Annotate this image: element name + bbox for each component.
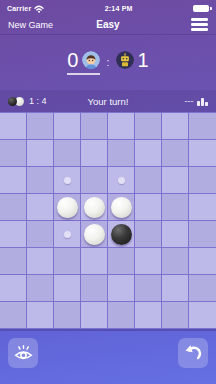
board-cell-c7[interactable] (54, 275, 81, 302)
board-cell-e2[interactable] (108, 140, 135, 167)
board-cell-f2[interactable] (135, 140, 162, 167)
board-cell-h5[interactable] (189, 221, 216, 248)
scoreboard: 0 : (0, 35, 216, 85)
board-cell-c1[interactable] (54, 113, 81, 140)
bar-chart-icon (197, 98, 208, 106)
board-cell-c8[interactable] (54, 302, 81, 329)
board-cell-b7[interactable] (27, 275, 54, 302)
board-cell-d1[interactable] (81, 113, 108, 140)
undo-icon (183, 343, 203, 363)
legal-move-hint[interactable] (64, 231, 71, 238)
board-cell-f6[interactable] (135, 248, 162, 275)
board-cell-b4[interactable] (27, 194, 54, 221)
board-cell-e7[interactable] (108, 275, 135, 302)
board-cell-h8[interactable] (189, 302, 216, 329)
human-wins: 0 (67, 50, 78, 70)
board-cell-h7[interactable] (189, 275, 216, 302)
human-score-pair: 0 (67, 50, 100, 75)
board-cell-g1[interactable] (162, 113, 189, 140)
board-cell-g7[interactable] (162, 275, 189, 302)
new-game-button[interactable]: New Game (8, 20, 53, 30)
board-cell-e6[interactable] (108, 248, 135, 275)
info-bar: Your turn! 1 : 4 --- (0, 90, 216, 112)
wifi-icon (34, 5, 44, 13)
board-cell-a7[interactable] (0, 275, 27, 302)
board-cell-d5[interactable] (81, 221, 108, 248)
board-cell-a4[interactable] (0, 194, 27, 221)
board-cell-c5[interactable] (54, 221, 81, 248)
board-cell-a1[interactable] (0, 113, 27, 140)
white-piece (111, 197, 132, 218)
board-cell-b2[interactable] (27, 140, 54, 167)
board-cell-c2[interactable] (54, 140, 81, 167)
disc-counts: 1 : 4 (29, 96, 47, 106)
robot-score-pair: 1 (116, 50, 149, 75)
show-hints-button[interactable] (8, 338, 38, 368)
board-cell-b3[interactable] (27, 167, 54, 194)
clock: 2:14 PM (105, 5, 133, 12)
board-cell-d7[interactable] (81, 275, 108, 302)
board-cell-d4[interactable] (81, 194, 108, 221)
board-cell-f5[interactable] (135, 221, 162, 248)
board-cell-e3[interactable] (108, 167, 135, 194)
score-separator: : (105, 56, 110, 68)
battery-icon (193, 5, 209, 12)
white-piece (84, 224, 105, 245)
board-cell-e8[interactable] (108, 302, 135, 329)
board-cell-b6[interactable] (27, 248, 54, 275)
board-cell-c3[interactable] (54, 167, 81, 194)
board-cell-a6[interactable] (0, 248, 27, 275)
board-cell-g4[interactable] (162, 194, 189, 221)
board-cell-g6[interactable] (162, 248, 189, 275)
board-cell-h3[interactable] (189, 167, 216, 194)
board-cell-f4[interactable] (135, 194, 162, 221)
robot-avatar (116, 51, 134, 69)
board-cell-c4[interactable] (54, 194, 81, 221)
board-cell-a5[interactable] (0, 221, 27, 248)
board-cell-h2[interactable] (189, 140, 216, 167)
board-cell-b1[interactable] (27, 113, 54, 140)
board-cell-a3[interactable] (0, 167, 27, 194)
board-cell-g5[interactable] (162, 221, 189, 248)
human-avatar (82, 51, 100, 69)
board-cell-h1[interactable] (189, 113, 216, 140)
board-cell-f1[interactable] (135, 113, 162, 140)
board-cell-d6[interactable] (81, 248, 108, 275)
white-piece (57, 197, 78, 218)
black-disc-icon (8, 97, 17, 106)
black-piece (111, 224, 132, 245)
board-cell-e4[interactable] (108, 194, 135, 221)
reversi-app: Carrier 2:14 PM Easy New Game 0 (0, 0, 216, 384)
board-cell-f7[interactable] (135, 275, 162, 302)
board-cell-b8[interactable] (27, 302, 54, 329)
board-cell-c6[interactable] (54, 248, 81, 275)
nav-bar: Easy New Game (0, 15, 216, 35)
board-cell-g8[interactable] (162, 302, 189, 329)
board-cell-h4[interactable] (189, 194, 216, 221)
carrier-label: Carrier (7, 5, 31, 12)
board-cell-e1[interactable] (108, 113, 135, 140)
board-cell-h6[interactable] (189, 248, 216, 275)
status-bar: Carrier 2:14 PM (0, 0, 216, 15)
white-piece (84, 197, 105, 218)
eye-icon (13, 343, 34, 364)
board-cell-f3[interactable] (135, 167, 162, 194)
legal-move-hint[interactable] (64, 177, 71, 184)
hamburger-menu-icon[interactable] (191, 18, 208, 30)
board-cell-d8[interactable] (81, 302, 108, 329)
board-cell-f8[interactable] (135, 302, 162, 329)
board-cell-d2[interactable] (81, 140, 108, 167)
disc-count-icons (8, 97, 24, 106)
board-cell-b5[interactable] (27, 221, 54, 248)
board-cell-g3[interactable] (162, 167, 189, 194)
timer-value: --- (184, 97, 193, 106)
board-cell-d3[interactable] (81, 167, 108, 194)
legal-move-hint[interactable] (118, 177, 125, 184)
robot-wins: 1 (138, 50, 149, 70)
reversi-board (0, 112, 216, 331)
board-cell-a8[interactable] (0, 302, 27, 329)
board-cell-g2[interactable] (162, 140, 189, 167)
board-cell-a2[interactable] (0, 140, 27, 167)
board-cell-e5[interactable] (108, 221, 135, 248)
undo-button[interactable] (178, 338, 208, 368)
action-bar (0, 338, 216, 368)
